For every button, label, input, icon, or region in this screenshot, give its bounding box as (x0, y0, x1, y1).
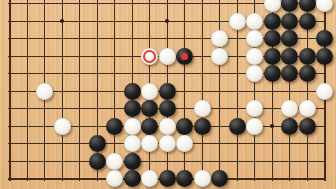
white-stone (141, 48, 158, 65)
go-board[interactable] (0, 0, 336, 189)
move-marker-ring (143, 50, 156, 63)
white-stone (246, 118, 263, 135)
white-stone (211, 48, 228, 65)
black-stone (159, 100, 176, 117)
black-stone (264, 30, 281, 47)
white-stone (36, 83, 53, 100)
black-stone (281, 13, 298, 30)
black-stone (229, 118, 246, 135)
white-stone (299, 100, 316, 117)
white-stone (229, 13, 246, 30)
black-stone (264, 65, 281, 82)
white-stone (141, 135, 158, 152)
black-stone (124, 83, 141, 100)
white-stone (246, 48, 263, 65)
white-stone (281, 100, 298, 117)
black-stone (124, 100, 141, 117)
black-stone (264, 48, 281, 65)
last-move-marker-dot (181, 53, 188, 60)
black-stone (141, 100, 158, 117)
black-stone (159, 170, 176, 187)
black-stone (89, 135, 106, 152)
board-grid[interactable] (1, 0, 334, 187)
white-stone (159, 48, 176, 65)
black-stone (211, 170, 228, 187)
black-stone (176, 170, 193, 187)
black-stone (299, 0, 316, 12)
black-stone (264, 13, 281, 30)
black-stone (89, 153, 106, 170)
black-stone (316, 30, 333, 47)
black-stone (124, 170, 141, 187)
white-stone (124, 135, 141, 152)
white-stone (246, 13, 263, 30)
white-stone (246, 65, 263, 82)
white-stone (316, 83, 333, 100)
black-stone (176, 118, 193, 135)
black-stone (299, 118, 316, 135)
white-stone (159, 135, 176, 152)
black-stone (281, 0, 298, 12)
black-stone (281, 65, 298, 82)
white-stone (194, 100, 211, 117)
white-stone (264, 0, 281, 12)
black-stone (281, 30, 298, 47)
black-stone (316, 48, 333, 65)
white-stone (124, 118, 141, 135)
white-stone (106, 153, 123, 170)
white-stone (141, 83, 158, 100)
white-stone (246, 30, 263, 47)
white-stone (176, 135, 193, 152)
white-stone (316, 0, 333, 12)
black-stone (124, 153, 141, 170)
black-stone (141, 118, 158, 135)
black-stone (281, 48, 298, 65)
white-stone (141, 170, 158, 187)
white-stone (106, 170, 123, 187)
black-stone (299, 48, 316, 65)
white-stone (54, 118, 71, 135)
white-stone (246, 100, 263, 117)
black-stone (299, 13, 316, 30)
white-stone (159, 118, 176, 135)
black-stone (106, 118, 123, 135)
white-stone (211, 30, 228, 47)
black-stone (299, 65, 316, 82)
black-stone (281, 118, 298, 135)
black-stone (176, 48, 193, 65)
white-stone (194, 170, 211, 187)
black-stone (159, 83, 176, 100)
black-stone (194, 118, 211, 135)
